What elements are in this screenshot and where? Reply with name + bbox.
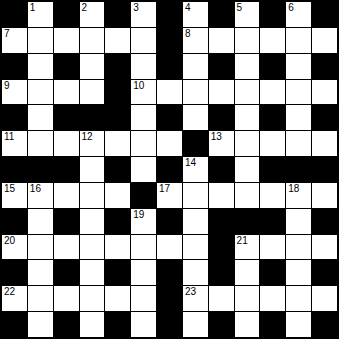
cell-r3c4: [105, 80, 130, 105]
cell-r9c1[interactable]: [28, 235, 53, 260]
cell-r0c10: [260, 2, 285, 27]
clue-number: 1: [30, 2, 36, 14]
cell-r9c10[interactable]: [260, 235, 285, 260]
cell-r4c3: [80, 105, 105, 130]
cell-r3c10[interactable]: [260, 80, 285, 105]
clue-number: 13: [211, 131, 222, 143]
cell-r11c3[interactable]: [80, 286, 105, 311]
clue-number: 17: [159, 183, 170, 195]
cell-r2c1[interactable]: [28, 54, 53, 79]
cell-r3c9[interactable]: [235, 80, 260, 105]
clue-number: 21: [237, 235, 248, 247]
clue-number: 18: [288, 183, 299, 195]
cell-r4c6: [157, 105, 182, 130]
cell-r10c6: [157, 260, 182, 285]
cell-r12c9[interactable]: [235, 312, 260, 337]
cell-r10c4: [105, 260, 130, 285]
cell-r8c0: [2, 209, 27, 234]
cell-r1c10[interactable]: [260, 28, 285, 53]
cell-r3c11[interactable]: [286, 80, 311, 105]
cell-r3c12[interactable]: [312, 80, 337, 105]
cell-r3c7[interactable]: [183, 80, 208, 105]
cell-r2c0: [2, 54, 27, 79]
clue-number: 11: [4, 131, 14, 143]
clue-number: 22: [4, 286, 15, 298]
cell-r6c11: [286, 157, 311, 182]
cell-r12c1[interactable]: [28, 312, 53, 337]
clue-number: 2: [82, 2, 88, 14]
cell-r4c10: [260, 105, 285, 130]
cell-r0c0: [2, 2, 27, 27]
cell-r8c4: [105, 209, 130, 234]
cell-r1c11[interactable]: [286, 28, 311, 53]
cell-r6c6: [157, 157, 182, 182]
cell-r12c5[interactable]: [131, 312, 156, 337]
clue-number: 3: [133, 2, 139, 14]
cell-r11c10[interactable]: [260, 286, 285, 311]
cell-r5c2[interactable]: [54, 131, 79, 156]
cell-r0c6: [157, 2, 182, 27]
cell-r8c7[interactable]: [183, 209, 208, 234]
cell-r5c1[interactable]: [28, 131, 53, 156]
cell-r6c12: [312, 157, 337, 182]
cell-r9c0[interactable]: 20: [2, 235, 27, 260]
cell-r5c8[interactable]: 13: [209, 131, 234, 156]
cell-r12c10: [260, 312, 285, 337]
cell-r4c2: [54, 105, 79, 130]
cell-r8c8: [209, 209, 234, 234]
clue-number: 12: [82, 131, 93, 143]
cell-r4c9[interactable]: [235, 105, 260, 130]
cell-r6c7[interactable]: 14: [183, 157, 208, 182]
cell-r8c10: [260, 209, 285, 234]
cell-r4c7[interactable]: [183, 105, 208, 130]
cell-r10c10: [260, 260, 285, 285]
cell-r8c12: [312, 209, 337, 234]
cell-r4c5[interactable]: [131, 105, 156, 130]
cell-r6c0: [2, 157, 27, 182]
cell-r0c9[interactable]: 5: [235, 2, 260, 27]
cell-r3c5[interactable]: 10: [131, 80, 156, 105]
cell-r10c8: [209, 260, 234, 285]
cell-r11c4[interactable]: [105, 286, 130, 311]
cell-r9c5[interactable]: [131, 235, 156, 260]
cell-r5c11[interactable]: [286, 131, 311, 156]
cell-r4c0: [2, 105, 27, 130]
clue-number: 19: [133, 209, 144, 221]
cell-r8c3[interactable]: [80, 209, 105, 234]
crossword-board: 1234567891011121314151617181920212223: [0, 0, 339, 339]
clue-number: 5: [237, 2, 243, 14]
cell-r7c5: [131, 183, 156, 208]
cell-r10c0: [2, 260, 27, 285]
cell-r3c6[interactable]: [157, 80, 182, 105]
cell-r1c4[interactable]: [105, 28, 130, 53]
cell-r5c7: [183, 131, 208, 156]
cell-r4c11[interactable]: [286, 105, 311, 130]
cell-r9c12[interactable]: [312, 235, 337, 260]
cell-r10c3[interactable]: [80, 260, 105, 285]
cell-r3c3[interactable]: [80, 80, 105, 105]
cell-r9c11[interactable]: [286, 235, 311, 260]
cell-r12c0: [2, 312, 27, 337]
cell-r10c7[interactable]: [183, 260, 208, 285]
cell-r1c6: [157, 28, 182, 53]
cell-r10c9[interactable]: [235, 260, 260, 285]
cell-r8c5[interactable]: 19: [131, 209, 156, 234]
cell-r11c9[interactable]: [235, 286, 260, 311]
cell-r11c1[interactable]: [28, 286, 53, 311]
cell-r5c9[interactable]: [235, 131, 260, 156]
cell-r12c6: [157, 312, 182, 337]
cell-r6c10: [260, 157, 285, 182]
cell-r2c6: [157, 54, 182, 79]
clue-number: 14: [185, 157, 196, 169]
cell-r4c1[interactable]: [28, 105, 53, 130]
cell-r0c4: [105, 2, 130, 27]
cell-r1c8[interactable]: [209, 28, 234, 53]
cell-r8c6: [157, 209, 182, 234]
cell-r0c12: [312, 2, 337, 27]
cell-r7c4[interactable]: [105, 183, 130, 208]
cell-r2c4: [105, 54, 130, 79]
cell-r11c0[interactable]: 22: [2, 286, 27, 311]
cell-r1c0[interactable]: 7: [2, 28, 27, 53]
cell-r6c3[interactable]: [80, 157, 105, 182]
cell-r5c4[interactable]: [105, 131, 130, 156]
cell-r2c12: [312, 54, 337, 79]
cell-r1c7[interactable]: 8: [183, 28, 208, 53]
cell-r11c8[interactable]: [209, 286, 234, 311]
cell-r3c0[interactable]: 9: [2, 80, 27, 105]
cell-r11c6: [157, 286, 182, 311]
cell-r5c12[interactable]: [312, 131, 337, 156]
cell-r2c3[interactable]: [80, 54, 105, 79]
cell-r5c3[interactable]: 12: [80, 131, 105, 156]
cell-r3c2[interactable]: [54, 80, 79, 105]
cell-r6c5[interactable]: [131, 157, 156, 182]
cell-r7c6[interactable]: 17: [157, 183, 182, 208]
cell-r7c10[interactable]: [260, 183, 285, 208]
cell-r1c5[interactable]: [131, 28, 156, 53]
cell-r10c12: [312, 260, 337, 285]
clue-number: 9: [4, 80, 10, 92]
cell-r6c1: [28, 157, 53, 182]
cell-r0c8: [209, 2, 234, 27]
clue-number: 20: [4, 235, 15, 247]
cell-r0c11[interactable]: 6: [286, 2, 311, 27]
cell-r12c12: [312, 312, 337, 337]
cell-r9c9[interactable]: 21: [235, 235, 260, 260]
cell-r4c12: [312, 105, 337, 130]
cell-r6c8: [209, 157, 234, 182]
cell-r8c9: [235, 209, 260, 234]
clue-number: 7: [4, 28, 10, 40]
clue-number: 15: [4, 183, 15, 195]
cell-r6c2: [54, 157, 79, 182]
cell-r9c6[interactable]: [157, 235, 182, 260]
cell-r2c2: [54, 54, 79, 79]
cell-r1c1[interactable]: [28, 28, 53, 53]
cell-r0c5[interactable]: 3: [131, 2, 156, 27]
cell-r7c9[interactable]: [235, 183, 260, 208]
cell-r9c8: [209, 235, 234, 260]
cell-r7c0[interactable]: 15: [2, 183, 27, 208]
clue-number: 23: [185, 286, 196, 298]
cell-r7c2[interactable]: [54, 183, 79, 208]
cell-r0c3[interactable]: 2: [80, 2, 105, 27]
cell-r1c3[interactable]: [80, 28, 105, 53]
cell-r2c8: [209, 54, 234, 79]
cell-r2c5[interactable]: [131, 54, 156, 79]
cell-r2c7[interactable]: [183, 54, 208, 79]
cell-r9c2[interactable]: [54, 235, 79, 260]
cell-r5c5[interactable]: [131, 131, 156, 156]
cell-r1c2[interactable]: [54, 28, 79, 53]
cell-r2c9[interactable]: [235, 54, 260, 79]
cell-r12c11[interactable]: [286, 312, 311, 337]
cell-r2c11[interactable]: [286, 54, 311, 79]
cell-r10c5[interactable]: [131, 260, 156, 285]
clue-number: 16: [30, 183, 41, 195]
cell-r4c4: [105, 105, 130, 130]
cell-r2c10: [260, 54, 285, 79]
clue-number: 10: [133, 80, 144, 92]
cell-r10c11[interactable]: [286, 260, 311, 285]
cell-r7c8[interactable]: [209, 183, 234, 208]
cell-r11c12[interactable]: [312, 286, 337, 311]
cell-r1c9[interactable]: [235, 28, 260, 53]
clue-number: 8: [185, 28, 191, 40]
cell-r5c0[interactable]: 11: [2, 131, 27, 156]
cell-r12c4: [105, 312, 130, 337]
clue-number: 4: [185, 2, 191, 14]
crossword-puzzle: 1234567891011121314151617181920212223: [0, 0, 339, 339]
cell-r9c3[interactable]: [80, 235, 105, 260]
cell-r11c7[interactable]: 23: [183, 286, 208, 311]
cell-r8c1[interactable]: [28, 209, 53, 234]
cell-r3c1[interactable]: [28, 80, 53, 105]
cell-r7c7[interactable]: [183, 183, 208, 208]
cell-r6c4: [105, 157, 130, 182]
cell-r9c4[interactable]: [105, 235, 130, 260]
cell-r5c6[interactable]: [157, 131, 182, 156]
cell-r8c2: [54, 209, 79, 234]
cell-r7c11[interactable]: 18: [286, 183, 311, 208]
cell-r7c3[interactable]: [80, 183, 105, 208]
cell-r12c7[interactable]: [183, 312, 208, 337]
cell-r6c9[interactable]: [235, 157, 260, 182]
cell-r0c1[interactable]: 1: [28, 2, 53, 27]
cell-r3c8[interactable]: [209, 80, 234, 105]
cell-r12c8: [209, 312, 234, 337]
cell-r0c2: [54, 2, 79, 27]
cell-r1c12[interactable]: [312, 28, 337, 53]
cell-r10c1[interactable]: [28, 260, 53, 285]
cell-r0c7[interactable]: 4: [183, 2, 208, 27]
cell-r11c5[interactable]: [131, 286, 156, 311]
cell-r12c3[interactable]: [80, 312, 105, 337]
cell-r7c12[interactable]: [312, 183, 337, 208]
cell-r9c7[interactable]: [183, 235, 208, 260]
cell-r11c2[interactable]: [54, 286, 79, 311]
cell-r7c1[interactable]: 16: [28, 183, 53, 208]
cell-r4c8: [209, 105, 234, 130]
cell-r10c2: [54, 260, 79, 285]
cell-r11c11[interactable]: [286, 286, 311, 311]
cell-r5c10[interactable]: [260, 131, 285, 156]
clue-number: 6: [288, 2, 294, 14]
cell-r8c11[interactable]: [286, 209, 311, 234]
cell-r12c2: [54, 312, 79, 337]
